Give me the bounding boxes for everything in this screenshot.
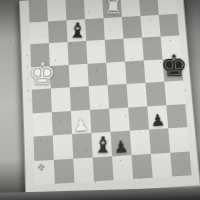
white-rook-glyph: ♜ bbox=[102, 0, 123, 17]
white-pawn: ♟ bbox=[71, 109, 91, 134]
black-king-glyph: ♚ bbox=[160, 51, 188, 81]
corner-motif-icon: ❖ bbox=[36, 161, 46, 174]
photo-canvas: ♜♝♚♚♟♟♝♟ ·∙·∙·∙·∙ ❖ bbox=[0, 0, 200, 200]
pieces-layer: ♜♝♚♚♟♟♝♟ bbox=[29, 0, 192, 185]
white-rook: ♜ bbox=[102, 0, 122, 18]
white-pawn-glyph: ♟ bbox=[74, 117, 89, 134]
black-king: ♚ bbox=[162, 58, 183, 82]
chess-board: ♜♝♚♚♟♟♝♟ ·∙·∙·∙·∙ ❖ bbox=[19, 0, 200, 198]
white-king: ♚ bbox=[31, 66, 51, 90]
white-king-glyph: ♚ bbox=[27, 59, 56, 89]
board-rim-brand-marks: ·∙·∙·∙·∙ bbox=[21, 47, 31, 94]
black-pawn: ♟ bbox=[111, 131, 132, 156]
black-pawn: ♟ bbox=[147, 105, 168, 130]
black-bishop-glyph: ♝ bbox=[92, 134, 112, 157]
black-pawn-glyph: ♟ bbox=[150, 112, 166, 129]
black-bishop-glyph: ♝ bbox=[67, 21, 87, 42]
black-bishop: ♝ bbox=[66, 19, 86, 42]
scene: ♜♝♚♚♟♟♝♟ ·∙·∙·∙·∙ ❖ bbox=[0, 0, 200, 200]
black-pawn-glyph: ♟ bbox=[113, 138, 129, 155]
black-bishop: ♝ bbox=[91, 132, 112, 157]
